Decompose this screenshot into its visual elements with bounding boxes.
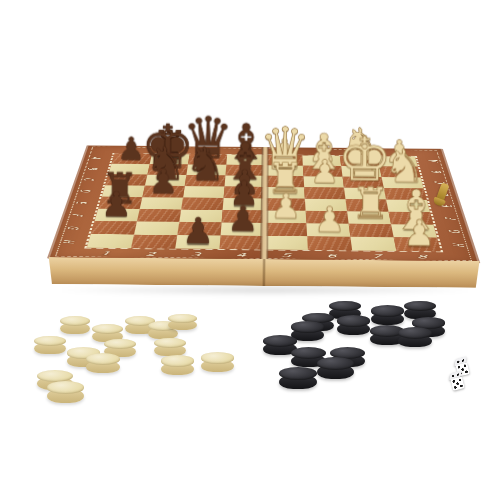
- board-square: [350, 237, 396, 251]
- board-square: [183, 186, 225, 198]
- board-square: ♟: [95, 209, 140, 222]
- board-square: ♟: [175, 235, 220, 249]
- board-square: [131, 235, 177, 249]
- checker-top: [263, 335, 297, 346]
- checker-piece-black: [398, 327, 432, 347]
- checker-piece-light: [168, 314, 197, 331]
- board-square: [264, 236, 308, 250]
- checker-top: [398, 327, 432, 338]
- checker-piece-light: [161, 355, 194, 374]
- product-photo: ♟♜♛♝♟♟♞♟♚♟♛♝♟♞♞♝♟♚♞♟♟♜♜♟♟♟♜♟♟♝♟♟ 1234567…: [0, 0, 500, 500]
- checker-top: [317, 357, 354, 369]
- piece-dark-pawn: ♟: [181, 215, 214, 249]
- checker-piece-light: [34, 336, 66, 355]
- board-square: [181, 198, 223, 210]
- piece-dark-pawn: ♟: [100, 189, 131, 222]
- checker-top: [47, 381, 84, 393]
- board-square: ♟: [221, 222, 264, 235]
- checker-top: [168, 314, 197, 324]
- file-number-label: 3: [172, 251, 218, 259]
- piece-light-pawn: ♟: [310, 157, 339, 188]
- chess-board: ♟♜♛♝♟♟♞♟♚♟♛♝♟♞♞♝♟♚♞♟♟♜♜♟♟♟♜♟♟♝♟♟ 1234567…: [47, 145, 480, 263]
- fold-gap: [262, 259, 266, 286]
- board-square: ♟: [264, 210, 306, 223]
- board-shadow: [50, 284, 480, 296]
- board-square: [137, 209, 181, 222]
- checker-top: [337, 315, 370, 326]
- board-square: ♟: [306, 223, 350, 236]
- board-square: ♟: [394, 237, 441, 251]
- board-square: [304, 187, 345, 199]
- file-number-label: 1: [81, 250, 128, 258]
- checker-top: [201, 352, 234, 363]
- board-square: [219, 235, 263, 249]
- board-square: ♞: [185, 175, 226, 186]
- piece-dark-pawn: ♟: [148, 166, 178, 198]
- board-square: [134, 222, 179, 235]
- checker-piece-black: [371, 305, 404, 324]
- checker-piece-light: [47, 381, 84, 402]
- rank-letter-label: H: [436, 241, 483, 249]
- board-square: [91, 221, 137, 234]
- piece-dark-pawn: ♟: [226, 202, 258, 236]
- piece-light-pawn: ♟: [270, 190, 301, 223]
- checker-top: [161, 355, 194, 366]
- piece-light-pawn: ♟: [402, 217, 435, 251]
- piece-light-pawn: ♟: [313, 203, 345, 237]
- file-number-label: 4: [218, 252, 264, 260]
- checker-top: [279, 367, 317, 380]
- checker-piece-light: [86, 353, 120, 373]
- board-square: ♟: [142, 186, 184, 198]
- checker-top: [371, 305, 404, 316]
- checker-piece-light: [60, 316, 90, 333]
- checker-piece-light: [154, 338, 186, 357]
- checker-top: [291, 321, 324, 332]
- checker-piece-black: [279, 367, 317, 389]
- checker-top: [86, 353, 120, 364]
- piece-dark-knight: ♞: [184, 142, 226, 186]
- checker-piece-black: [317, 357, 354, 378]
- checker-top: [37, 370, 73, 382]
- checker-piece-black: [337, 315, 370, 334]
- file-number-label: 2: [127, 251, 174, 259]
- board-square: ♜: [347, 211, 391, 224]
- checker-piece-light: [201, 352, 234, 371]
- board-square: [307, 236, 352, 250]
- board-square: [140, 197, 183, 209]
- board-square: [87, 234, 134, 248]
- board-square: [349, 224, 394, 238]
- piece-light-rook: ♜: [350, 182, 389, 224]
- die-face-front: [450, 376, 465, 391]
- board-square: [264, 223, 307, 236]
- board-square: ♟: [304, 176, 344, 187]
